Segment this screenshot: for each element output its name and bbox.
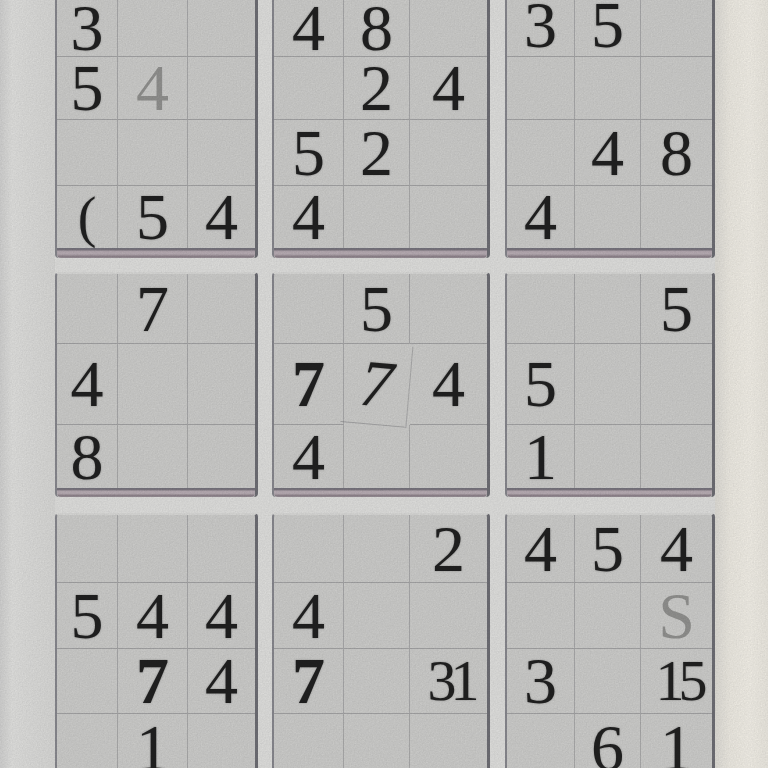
page-right-margin (715, 0, 768, 768)
cell: 4 (188, 649, 255, 714)
cell: 5 (344, 274, 410, 344)
cell (118, 515, 188, 583)
cell: 1 (118, 714, 188, 768)
cell: 6 (575, 714, 641, 768)
cell: 5 (575, 0, 641, 57)
cell (188, 425, 255, 488)
cell: 4 (274, 186, 344, 248)
cell: 4 (188, 583, 255, 649)
cell (57, 515, 118, 583)
box-middle-middle: 57744 (272, 272, 490, 497)
cell (410, 0, 487, 57)
cell (118, 0, 188, 57)
cell (575, 344, 641, 425)
cell: 4 (118, 57, 188, 120)
cell: 4 (274, 425, 344, 488)
cell (641, 344, 712, 425)
cell: 15 (641, 649, 712, 714)
box-grid: 748 (57, 274, 255, 488)
cell (118, 344, 188, 425)
cell (344, 515, 410, 583)
cell: 3 (57, 0, 118, 57)
cell (188, 0, 255, 57)
cell: 4 (410, 344, 487, 425)
cell (188, 120, 255, 186)
cell (507, 714, 575, 768)
cell: 7 (274, 344, 344, 425)
cell: 7 (118, 274, 188, 344)
cell (188, 344, 255, 425)
cell (575, 186, 641, 248)
cell: 4 (507, 515, 575, 583)
cell: 7 (118, 649, 188, 714)
cell: 7 (274, 649, 344, 714)
cell (57, 649, 118, 714)
cell (188, 515, 255, 583)
cell: 4 (57, 344, 118, 425)
cell (641, 0, 712, 57)
cell: 4 (274, 583, 344, 649)
cell (274, 515, 344, 583)
cell (274, 714, 344, 768)
cell (57, 120, 118, 186)
cell (188, 274, 255, 344)
cell (507, 583, 575, 649)
cell (344, 649, 410, 714)
cell (344, 425, 410, 488)
cell (410, 186, 487, 248)
cell (575, 649, 641, 714)
cell: ( (57, 186, 118, 248)
cell (641, 186, 712, 248)
cell (641, 425, 712, 488)
box-bottom-left: 544741 (55, 513, 258, 768)
cell (274, 274, 344, 344)
cell: 1 (641, 714, 712, 768)
box-grid: 454S31561 (507, 515, 712, 768)
cell (57, 274, 118, 344)
cell (118, 120, 188, 186)
box-middle-right: 551 (505, 272, 715, 497)
cell (344, 714, 410, 768)
cell: 4 (118, 583, 188, 649)
box-grid: 57744 (274, 274, 487, 488)
cell: 1 (507, 425, 575, 488)
cell: 8 (57, 425, 118, 488)
sudoku-puzzle-page: 354(544824524354847485774455154474124731… (0, 0, 768, 768)
cell (344, 583, 410, 649)
cell (410, 583, 487, 649)
cell (410, 274, 487, 344)
cell: S (641, 583, 712, 649)
cell (507, 274, 575, 344)
cell: 4 (188, 186, 255, 248)
cell (575, 57, 641, 120)
box-grid: 24731 (274, 515, 487, 768)
cell: 2 (344, 57, 410, 120)
cell: 5 (641, 274, 712, 344)
box-grid: 551 (507, 274, 712, 488)
box-top-right: 35484 (505, 0, 715, 258)
cell (507, 57, 575, 120)
cell (410, 425, 487, 488)
cell: 5 (57, 583, 118, 649)
cell (188, 57, 255, 120)
box-middle-left: 748 (55, 272, 258, 497)
cell (507, 120, 575, 186)
cell: 8 (641, 120, 712, 186)
cell (575, 425, 641, 488)
cell (641, 57, 712, 120)
box-top-middle: 4824524 (272, 0, 490, 258)
cell: 31 (410, 649, 487, 714)
cell: 5 (575, 515, 641, 583)
cell: 5 (507, 344, 575, 425)
cell (57, 714, 118, 768)
cell (118, 425, 188, 488)
cell: 5 (274, 120, 344, 186)
cell: 2 (344, 120, 410, 186)
box-grid: 35484 (507, 0, 712, 248)
box-grid: 544741 (57, 515, 255, 768)
box-top-left: 354(54 (55, 0, 258, 258)
box-bottom-right: 454S31561 (505, 513, 715, 768)
cell (575, 583, 641, 649)
cell: 5 (57, 57, 118, 120)
cell: 3 (507, 0, 575, 57)
cell: 3 (507, 649, 575, 714)
cell (344, 186, 410, 248)
box-bottom-middle: 24731 (272, 513, 490, 768)
cell: 7 (341, 341, 414, 427)
page-left-margin (0, 0, 55, 768)
cell: 4 (410, 57, 487, 120)
cell (410, 120, 487, 186)
cell (575, 274, 641, 344)
cell (410, 714, 487, 768)
cell: 5 (118, 186, 188, 248)
cell (188, 714, 255, 768)
cell: 4 (274, 0, 344, 57)
cell (274, 57, 344, 120)
cell: 8 (344, 0, 410, 57)
cell: 2 (410, 515, 487, 583)
cell: 4 (575, 120, 641, 186)
box-grid: 354(54 (57, 0, 255, 248)
cell: 4 (507, 186, 575, 248)
box-grid: 4824524 (274, 0, 487, 248)
cell: 4 (641, 515, 712, 583)
